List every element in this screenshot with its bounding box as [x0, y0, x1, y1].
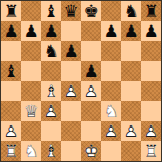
piece-white-pawn[interactable]: ♟♙	[41, 101, 61, 121]
black-rook-icon: ♜	[141, 1, 161, 21]
white-pawn-outline-icon: ♙	[141, 121, 161, 141]
square-a4[interactable]	[1, 81, 21, 101]
square-d6[interactable]: ♟	[61, 41, 81, 61]
black-pawn-icon: ♟	[121, 21, 141, 41]
piece-black-knight[interactable]: ♞	[121, 1, 141, 21]
piece-black-pawn[interactable]: ♟	[61, 41, 81, 61]
piece-black-bishop[interactable]: ♝	[41, 1, 61, 21]
square-a7[interactable]: ♟	[1, 21, 21, 41]
piece-white-bishop[interactable]: ♝♗	[41, 141, 61, 161]
black-rook-icon: ♜	[1, 1, 21, 21]
black-pawn-icon: ♟	[101, 21, 121, 41]
square-e4[interactable]: ♟♙	[81, 81, 101, 101]
square-b5[interactable]	[21, 61, 41, 81]
piece-black-pawn[interactable]: ♟	[141, 21, 161, 41]
white-queen-outline-icon: ♕	[21, 101, 41, 121]
square-d1[interactable]	[61, 141, 81, 161]
square-b2[interactable]	[21, 121, 41, 141]
square-g6[interactable]	[121, 41, 141, 61]
white-bishop-outline-icon: ♗	[41, 81, 61, 101]
square-h8[interactable]: ♜	[141, 1, 161, 21]
piece-white-pawn[interactable]: ♟♙	[1, 121, 21, 141]
white-king-outline-icon: ♔	[81, 141, 101, 161]
chess-board: ♜♝♛♚♞♜♟♟♟♟♟♟♞♟♝♟♝♗♟♙♟♙♛♕♟♙♞♘♟♙♟♙♟♙♟♙♜♖♞♘…	[0, 0, 162, 162]
square-d5[interactable]	[61, 61, 81, 81]
square-d8[interactable]: ♛	[61, 1, 81, 21]
square-f6[interactable]	[101, 41, 121, 61]
square-f7[interactable]: ♟	[101, 21, 121, 41]
piece-white-knight[interactable]: ♞♘	[101, 101, 121, 121]
square-h3[interactable]	[141, 101, 161, 121]
piece-black-queen[interactable]: ♛	[61, 1, 81, 21]
black-knight-icon: ♞	[121, 1, 141, 21]
black-pawn-icon: ♟	[61, 41, 81, 61]
black-king-icon: ♚	[81, 1, 101, 21]
square-h6[interactable]	[141, 41, 161, 61]
black-pawn-icon: ♟	[41, 21, 61, 41]
piece-white-king[interactable]: ♚♔	[81, 141, 101, 161]
square-g3[interactable]	[121, 101, 141, 121]
square-e7[interactable]	[81, 21, 101, 41]
white-pawn-outline-icon: ♙	[1, 121, 21, 141]
square-b8[interactable]	[21, 1, 41, 21]
square-e6[interactable]	[81, 41, 101, 61]
square-g2[interactable]: ♟♙	[121, 121, 141, 141]
square-a6[interactable]	[1, 41, 21, 61]
square-h2[interactable]: ♟♙	[141, 121, 161, 141]
square-b1[interactable]: ♞♘	[21, 141, 41, 161]
square-d2[interactable]	[61, 121, 81, 141]
black-knight-icon: ♞	[41, 41, 61, 61]
white-knight-outline-icon: ♘	[21, 141, 41, 161]
square-g8[interactable]: ♞	[121, 1, 141, 21]
square-h1[interactable]: ♜♖	[141, 141, 161, 161]
square-h7[interactable]: ♟	[141, 21, 161, 41]
square-c2[interactable]	[41, 121, 61, 141]
piece-white-pawn[interactable]: ♟♙	[101, 121, 121, 141]
square-g1[interactable]	[121, 141, 141, 161]
white-pawn-outline-icon: ♙	[81, 81, 101, 101]
square-f2[interactable]: ♟♙	[101, 121, 121, 141]
square-a5[interactable]: ♝	[1, 61, 21, 81]
square-d4[interactable]: ♟♙	[61, 81, 81, 101]
square-b4[interactable]	[21, 81, 41, 101]
black-pawn-icon: ♟	[1, 21, 21, 41]
square-c5[interactable]	[41, 61, 61, 81]
piece-white-pawn[interactable]: ♟♙	[81, 81, 101, 101]
black-bishop-icon: ♝	[41, 1, 61, 21]
piece-white-queen[interactable]: ♛♕	[21, 101, 41, 121]
piece-white-pawn[interactable]: ♟♙	[61, 81, 81, 101]
square-e5[interactable]: ♟	[81, 61, 101, 81]
square-a8[interactable]: ♜	[1, 1, 21, 21]
white-pawn-outline-icon: ♙	[61, 81, 81, 101]
square-g4[interactable]	[121, 81, 141, 101]
square-f3[interactable]: ♞♘	[101, 101, 121, 121]
piece-black-pawn[interactable]: ♟	[1, 21, 21, 41]
piece-white-bishop[interactable]: ♝♗	[41, 81, 61, 101]
square-c4[interactable]: ♝♗	[41, 81, 61, 101]
square-c1[interactable]: ♝♗	[41, 141, 61, 161]
square-a3[interactable]	[1, 101, 21, 121]
square-b6[interactable]	[21, 41, 41, 61]
square-c3[interactable]: ♟♙	[41, 101, 61, 121]
square-c8[interactable]: ♝	[41, 1, 61, 21]
square-f5[interactable]	[101, 61, 121, 81]
piece-black-pawn[interactable]: ♟	[21, 21, 41, 41]
piece-black-pawn[interactable]: ♟	[121, 21, 141, 41]
piece-white-knight[interactable]: ♞♘	[21, 141, 41, 161]
black-pawn-icon: ♟	[141, 21, 161, 41]
white-bishop-outline-icon: ♗	[41, 141, 61, 161]
piece-white-pawn[interactable]: ♟♙	[141, 121, 161, 141]
piece-black-rook[interactable]: ♜	[1, 1, 21, 21]
square-d3[interactable]	[61, 101, 81, 121]
square-g5[interactable]	[121, 61, 141, 81]
square-f4[interactable]	[101, 81, 121, 101]
square-c6[interactable]: ♞	[41, 41, 61, 61]
square-a2[interactable]: ♟♙	[1, 121, 21, 141]
white-rook-outline-icon: ♖	[141, 141, 161, 161]
piece-black-rook[interactable]: ♜	[141, 1, 161, 21]
square-f8[interactable]	[101, 1, 121, 21]
square-h4[interactable]	[141, 81, 161, 101]
piece-white-pawn[interactable]: ♟♙	[121, 121, 141, 141]
black-pawn-icon: ♟	[81, 61, 101, 81]
square-f1[interactable]	[101, 141, 121, 161]
square-a1[interactable]: ♜♖	[1, 141, 21, 161]
square-e3[interactable]	[81, 101, 101, 121]
piece-black-pawn[interactable]: ♟	[41, 21, 61, 41]
white-knight-outline-icon: ♘	[101, 101, 121, 121]
square-e1[interactable]: ♚♔	[81, 141, 101, 161]
white-pawn-outline-icon: ♙	[121, 121, 141, 141]
piece-white-rook[interactable]: ♜♖	[141, 141, 161, 161]
black-bishop-icon: ♝	[1, 61, 21, 81]
square-e8[interactable]: ♚	[81, 1, 101, 21]
white-pawn-outline-icon: ♙	[101, 121, 121, 141]
square-c7[interactable]: ♟	[41, 21, 61, 41]
square-b7[interactable]: ♟	[21, 21, 41, 41]
white-rook-outline-icon: ♖	[1, 141, 21, 161]
piece-black-bishop[interactable]: ♝	[1, 61, 21, 81]
square-g7[interactable]: ♟	[121, 21, 141, 41]
piece-black-pawn[interactable]: ♟	[81, 61, 101, 81]
piece-white-rook[interactable]: ♜♖	[1, 141, 21, 161]
piece-black-pawn[interactable]: ♟	[101, 21, 121, 41]
square-e2[interactable]	[81, 121, 101, 141]
black-pawn-icon: ♟	[21, 21, 41, 41]
piece-black-king[interactable]: ♚	[81, 1, 101, 21]
black-queen-icon: ♛	[61, 1, 81, 21]
square-d7[interactable]	[61, 21, 81, 41]
white-pawn-outline-icon: ♙	[41, 101, 61, 121]
square-h5[interactable]	[141, 61, 161, 81]
piece-black-knight[interactable]: ♞	[41, 41, 61, 61]
square-b3[interactable]: ♛♕	[21, 101, 41, 121]
